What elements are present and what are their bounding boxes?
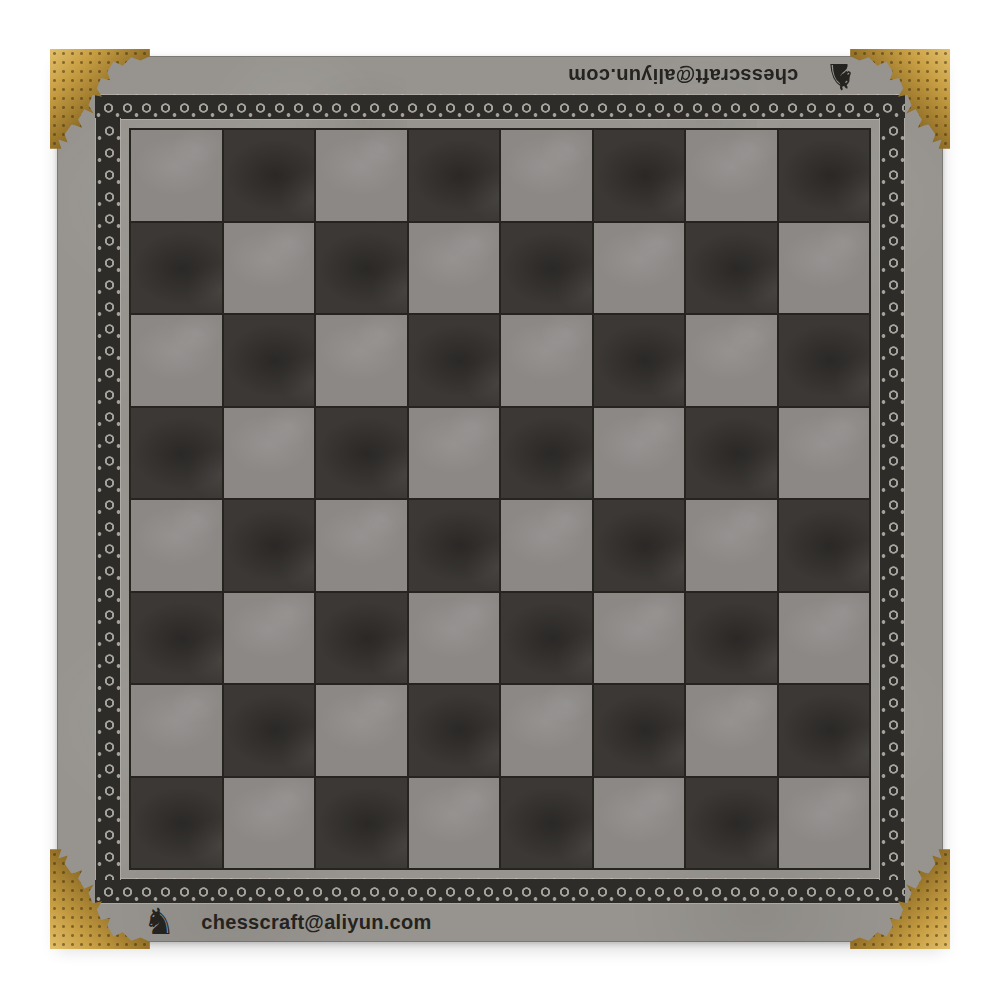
square-b3[interactable] — [224, 593, 315, 684]
branding-top-text: chesscraft@aliyun.com — [568, 65, 798, 88]
square-f1[interactable] — [594, 778, 685, 869]
square-g1[interactable] — [686, 778, 777, 869]
square-e1[interactable] — [501, 778, 592, 869]
branding-bottom: ♞ chesscraft@aliyun.com — [143, 903, 432, 941]
square-b5[interactable] — [224, 408, 315, 499]
scroll-border-right — [879, 118, 905, 880]
square-h4[interactable] — [779, 500, 870, 591]
square-h8[interactable] — [779, 130, 870, 221]
square-e4[interactable] — [501, 500, 592, 591]
square-g5[interactable] — [686, 408, 777, 499]
square-e2[interactable] — [501, 685, 592, 776]
square-a6[interactable] — [131, 315, 222, 406]
square-c8[interactable] — [316, 130, 407, 221]
square-a4[interactable] — [131, 500, 222, 591]
square-f8[interactable] — [594, 130, 685, 221]
square-a2[interactable] — [131, 685, 222, 776]
square-f6[interactable] — [594, 315, 685, 406]
square-f4[interactable] — [594, 500, 685, 591]
square-c7[interactable] — [316, 223, 407, 314]
square-d3[interactable] — [409, 593, 500, 684]
scroll-border-top — [95, 94, 905, 120]
square-g4[interactable] — [686, 500, 777, 591]
branding-top: ♞ chesscraft@aliyun.com — [568, 57, 857, 95]
square-f7[interactable] — [594, 223, 685, 314]
branding-bottom-text: chesscraft@aliyun.com — [201, 911, 431, 934]
square-a1[interactable] — [131, 778, 222, 869]
scroll-border-bottom — [95, 878, 905, 904]
square-g8[interactable] — [686, 130, 777, 221]
square-d6[interactable] — [409, 315, 500, 406]
knight-icon: ♞ — [143, 904, 175, 940]
square-e3[interactable] — [501, 593, 592, 684]
square-f5[interactable] — [594, 408, 685, 499]
square-b2[interactable] — [224, 685, 315, 776]
square-b8[interactable] — [224, 130, 315, 221]
square-d8[interactable] — [409, 130, 500, 221]
square-e7[interactable] — [501, 223, 592, 314]
square-d5[interactable] — [409, 408, 500, 499]
square-a3[interactable] — [131, 593, 222, 684]
square-f3[interactable] — [594, 593, 685, 684]
square-a7[interactable] — [131, 223, 222, 314]
square-h5[interactable] — [779, 408, 870, 499]
board-grid — [129, 128, 871, 870]
square-b6[interactable] — [224, 315, 315, 406]
square-h6[interactable] — [779, 315, 870, 406]
square-a8[interactable] — [131, 130, 222, 221]
square-h1[interactable] — [779, 778, 870, 869]
square-h2[interactable] — [779, 685, 870, 776]
square-c5[interactable] — [316, 408, 407, 499]
square-g3[interactable] — [686, 593, 777, 684]
square-g6[interactable] — [686, 315, 777, 406]
square-d4[interactable] — [409, 500, 500, 591]
square-b4[interactable] — [224, 500, 315, 591]
square-b1[interactable] — [224, 778, 315, 869]
square-c2[interactable] — [316, 685, 407, 776]
scroll-border-left — [95, 118, 121, 880]
knight-icon: ♞ — [825, 58, 857, 94]
square-d7[interactable] — [409, 223, 500, 314]
square-h7[interactable] — [779, 223, 870, 314]
square-e5[interactable] — [501, 408, 592, 499]
square-d1[interactable] — [409, 778, 500, 869]
chess-mat: ♞ chesscraft@aliyun.com ♞ chesscraft@ali… — [57, 56, 943, 942]
square-h3[interactable] — [779, 593, 870, 684]
square-c1[interactable] — [316, 778, 407, 869]
square-b7[interactable] — [224, 223, 315, 314]
square-c6[interactable] — [316, 315, 407, 406]
square-f2[interactable] — [594, 685, 685, 776]
square-c4[interactable] — [316, 500, 407, 591]
square-e6[interactable] — [501, 315, 592, 406]
square-a5[interactable] — [131, 408, 222, 499]
square-e8[interactable] — [501, 130, 592, 221]
square-c3[interactable] — [316, 593, 407, 684]
square-g2[interactable] — [686, 685, 777, 776]
square-g7[interactable] — [686, 223, 777, 314]
square-d2[interactable] — [409, 685, 500, 776]
